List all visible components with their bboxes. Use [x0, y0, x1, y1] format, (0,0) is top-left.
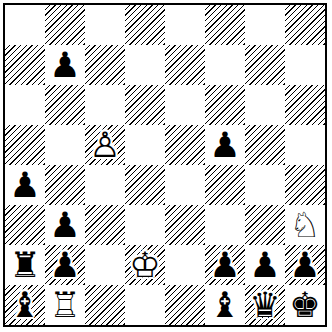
white-pawn-glyph: ♙ [85, 125, 125, 165]
square-b1[interactable]: ♜♖ [45, 285, 85, 325]
square-c2[interactable] [85, 245, 125, 285]
square-f8[interactable] [205, 5, 245, 45]
black-pawn[interactable]: ♟♟ [205, 245, 245, 285]
square-h2[interactable]: ♟♟ [285, 245, 325, 285]
square-d5[interactable] [125, 125, 165, 165]
black-queen-glyph: ♛ [245, 285, 285, 325]
square-h3[interactable]: ♞♘ [285, 205, 325, 245]
square-f4[interactable] [205, 165, 245, 205]
black-rook[interactable]: ♜♜ [5, 245, 45, 285]
square-e3[interactable] [165, 205, 205, 245]
white-king-glyph: ♔ [125, 245, 165, 285]
square-d3[interactable] [125, 205, 165, 245]
square-f5[interactable]: ♟♟ [205, 125, 245, 165]
square-f6[interactable] [205, 85, 245, 125]
square-g8[interactable] [245, 5, 285, 45]
chess-board-frame: ♟♟♟♙♟♟♟♟♟♟♞♘♜♜♟♟♚♔♟♟♟♟♟♟♝♝♜♖♝♝♛♛♚♚ [3, 3, 327, 327]
black-pawn[interactable]: ♟♟ [45, 45, 85, 85]
square-c7[interactable] [85, 45, 125, 85]
black-king[interactable]: ♚♚ [285, 285, 325, 325]
square-b7[interactable]: ♟♟ [45, 45, 85, 85]
chess-board: ♟♟♟♙♟♟♟♟♟♟♞♘♜♜♟♟♚♔♟♟♟♟♟♟♝♝♜♖♝♝♛♛♚♚ [5, 5, 325, 325]
chess-diagram: ♟♟♟♙♟♟♟♟♟♟♞♘♜♜♟♟♚♔♟♟♟♟♟♟♝♝♜♖♝♝♛♛♚♚ [0, 0, 332, 332]
square-a5[interactable] [5, 125, 45, 165]
square-a3[interactable] [5, 205, 45, 245]
square-b4[interactable] [45, 165, 85, 205]
black-pawn[interactable]: ♟♟ [245, 245, 285, 285]
black-bishop[interactable]: ♝♝ [205, 285, 245, 325]
square-a2[interactable]: ♜♜ [5, 245, 45, 285]
square-a6[interactable] [5, 85, 45, 125]
black-bishop-glyph: ♝ [5, 285, 45, 325]
square-d8[interactable] [125, 5, 165, 45]
black-pawn-glyph: ♟ [205, 245, 245, 285]
square-c3[interactable] [85, 205, 125, 245]
black-queen[interactable]: ♛♛ [245, 285, 285, 325]
square-h8[interactable] [285, 5, 325, 45]
white-knight[interactable]: ♞♘ [285, 205, 325, 245]
square-b5[interactable] [45, 125, 85, 165]
black-bishop-glyph: ♝ [205, 285, 245, 325]
square-a8[interactable] [5, 5, 45, 45]
square-a1[interactable]: ♝♝ [5, 285, 45, 325]
square-d7[interactable] [125, 45, 165, 85]
square-g2[interactable]: ♟♟ [245, 245, 285, 285]
square-c4[interactable] [85, 165, 125, 205]
square-e7[interactable] [165, 45, 205, 85]
square-d1[interactable] [125, 285, 165, 325]
black-pawn-glyph: ♟ [245, 245, 285, 285]
square-e1[interactable] [165, 285, 205, 325]
black-bishop[interactable]: ♝♝ [5, 285, 45, 325]
square-g1[interactable]: ♛♛ [245, 285, 285, 325]
square-f7[interactable] [205, 45, 245, 85]
black-pawn[interactable]: ♟♟ [285, 245, 325, 285]
square-c8[interactable] [85, 5, 125, 45]
black-pawn-glyph: ♟ [5, 165, 45, 205]
white-pawn[interactable]: ♟♙ [85, 125, 125, 165]
square-g6[interactable] [245, 85, 285, 125]
square-f1[interactable]: ♝♝ [205, 285, 245, 325]
square-h4[interactable] [285, 165, 325, 205]
square-a7[interactable] [5, 45, 45, 85]
square-b8[interactable] [45, 5, 85, 45]
white-knight-glyph: ♘ [285, 205, 325, 245]
square-e6[interactable] [165, 85, 205, 125]
square-g5[interactable] [245, 125, 285, 165]
black-pawn[interactable]: ♟♟ [45, 205, 85, 245]
square-h7[interactable] [285, 45, 325, 85]
black-king-glyph: ♚ [285, 285, 325, 325]
square-c5[interactable]: ♟♙ [85, 125, 125, 165]
black-pawn-glyph: ♟ [45, 45, 85, 85]
square-b2[interactable]: ♟♟ [45, 245, 85, 285]
square-d4[interactable] [125, 165, 165, 205]
square-d6[interactable] [125, 85, 165, 125]
square-d2[interactable]: ♚♔ [125, 245, 165, 285]
square-f2[interactable]: ♟♟ [205, 245, 245, 285]
square-e2[interactable] [165, 245, 205, 285]
square-f3[interactable] [205, 205, 245, 245]
square-h1[interactable]: ♚♚ [285, 285, 325, 325]
black-pawn-glyph: ♟ [45, 205, 85, 245]
square-g3[interactable] [245, 205, 285, 245]
square-b3[interactable]: ♟♟ [45, 205, 85, 245]
black-pawn[interactable]: ♟♟ [5, 165, 45, 205]
square-h6[interactable] [285, 85, 325, 125]
square-g7[interactable] [245, 45, 285, 85]
black-pawn-glyph: ♟ [285, 245, 325, 285]
black-rook-glyph: ♜ [5, 245, 45, 285]
square-e4[interactable] [165, 165, 205, 205]
square-g4[interactable] [245, 165, 285, 205]
square-e8[interactable] [165, 5, 205, 45]
white-rook-glyph: ♖ [45, 285, 85, 325]
square-h5[interactable] [285, 125, 325, 165]
black-pawn-glyph: ♟ [205, 125, 245, 165]
square-c6[interactable] [85, 85, 125, 125]
square-c1[interactable] [85, 285, 125, 325]
square-b6[interactable] [45, 85, 85, 125]
black-pawn-glyph: ♟ [45, 245, 85, 285]
square-a4[interactable]: ♟♟ [5, 165, 45, 205]
black-pawn[interactable]: ♟♟ [205, 125, 245, 165]
black-pawn[interactable]: ♟♟ [45, 245, 85, 285]
white-king[interactable]: ♚♔ [125, 245, 165, 285]
white-rook[interactable]: ♜♖ [45, 285, 85, 325]
square-e5[interactable] [165, 125, 205, 165]
